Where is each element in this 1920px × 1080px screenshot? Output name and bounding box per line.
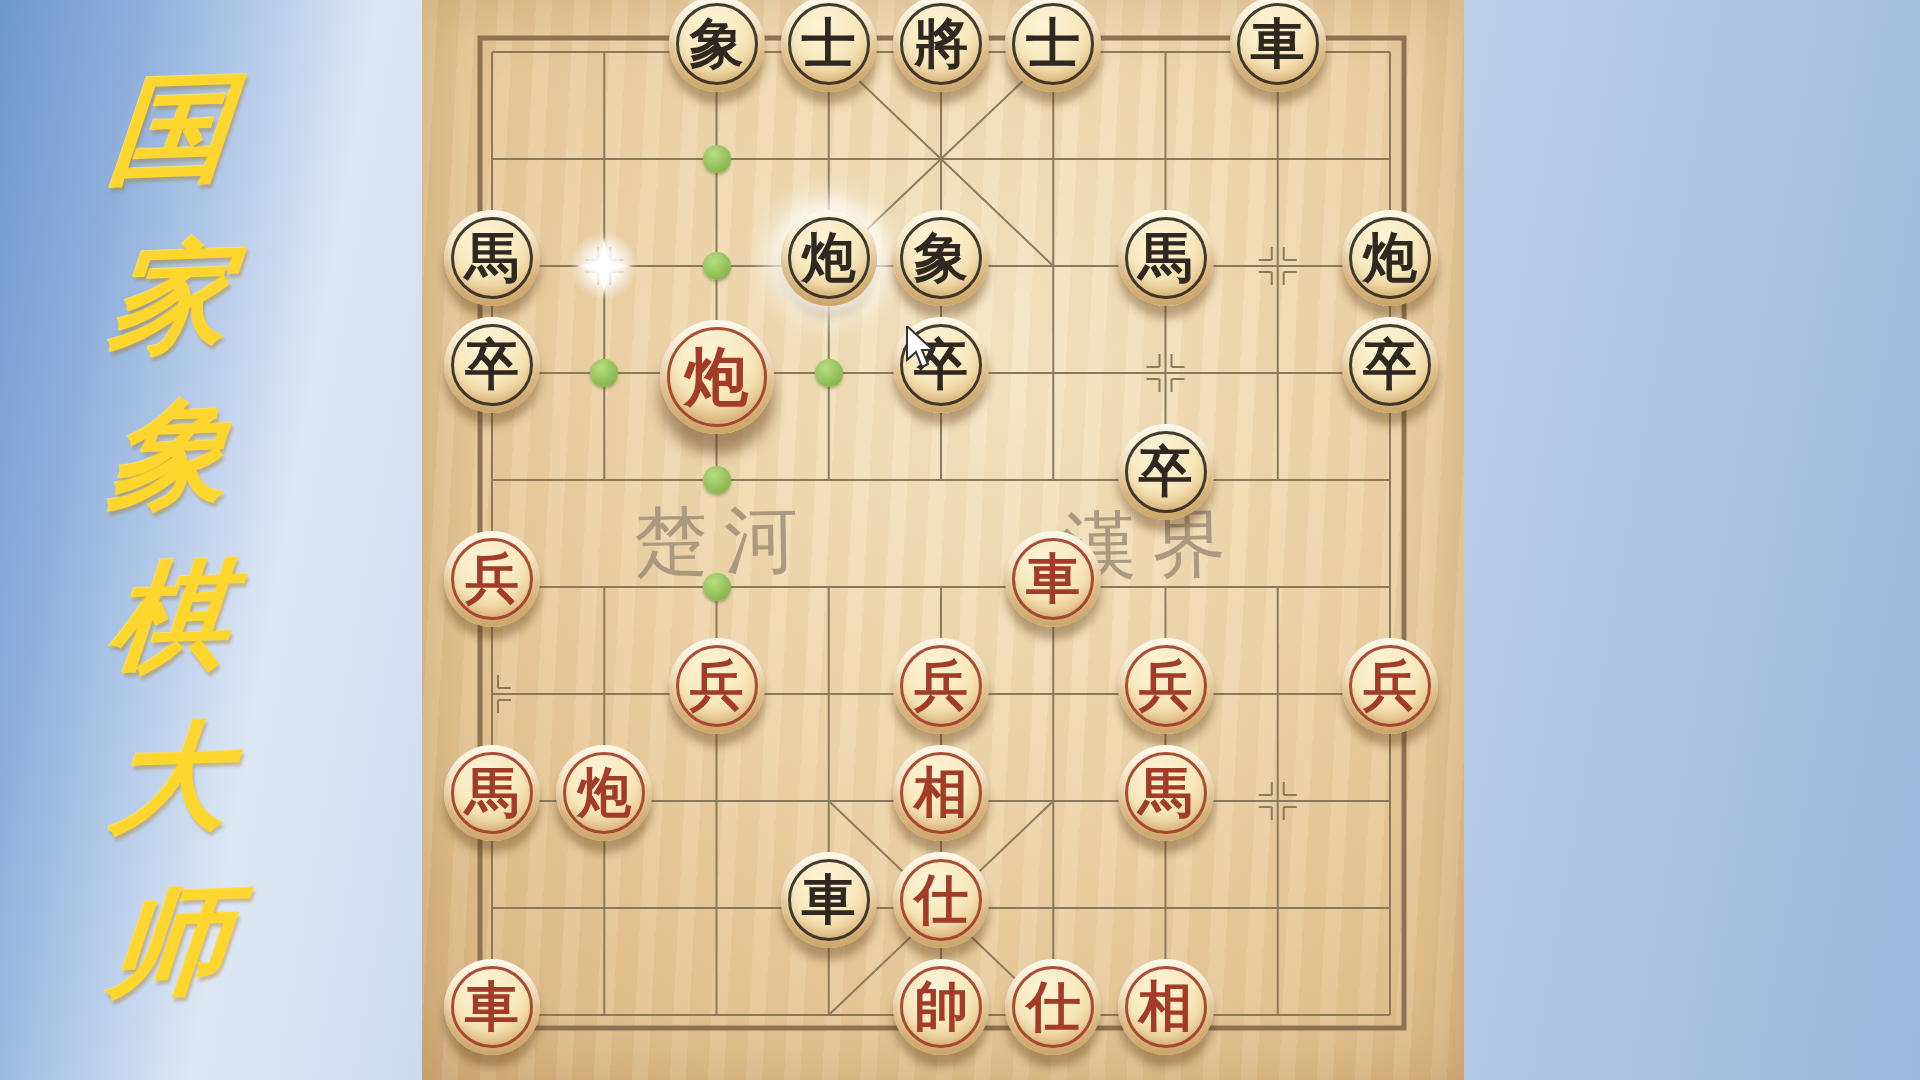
- red-chariot[interactable]: 車: [1005, 531, 1101, 627]
- title-char: 大: [93, 698, 248, 863]
- red-soldier[interactable]: 兵: [444, 531, 540, 627]
- piece-glyph: 帥: [914, 971, 968, 1044]
- piece-glyph: 仕: [1026, 971, 1080, 1044]
- move-hint-dot[interactable]: [703, 252, 731, 280]
- red-advisor[interactable]: 仕: [1005, 959, 1101, 1055]
- red-advisor[interactable]: 仕: [893, 852, 989, 948]
- black-soldier[interactable]: 卒: [1342, 317, 1438, 413]
- red-general[interactable]: 帥: [893, 959, 989, 1055]
- piece-glyph: 卒: [465, 329, 519, 402]
- move-hint-dot[interactable]: [703, 573, 731, 601]
- piece-glyph: 馬: [465, 757, 519, 830]
- black-chariot[interactable]: 車: [781, 852, 877, 948]
- title-char: 棋: [93, 536, 248, 701]
- title-char: 师: [93, 861, 248, 1026]
- piece-glyph: 仕: [914, 864, 968, 937]
- move-hint-dot[interactable]: [815, 359, 843, 387]
- piece-glyph: 馬: [465, 222, 519, 295]
- red-chariot[interactable]: 車: [444, 959, 540, 1055]
- red-cannon[interactable]: 炮: [556, 745, 652, 841]
- red-soldier[interactable]: 兵: [1118, 638, 1214, 734]
- red-horse[interactable]: 馬: [444, 745, 540, 841]
- title-char: 象: [93, 374, 248, 539]
- piece-glyph: 馬: [1139, 222, 1193, 295]
- piece-glyph: 兵: [690, 650, 744, 723]
- piece-glyph: 相: [1139, 971, 1193, 1044]
- piece-glyph: 炮: [802, 222, 856, 295]
- piece-glyph: 車: [1026, 543, 1080, 616]
- move-hint-dot[interactable]: [703, 466, 731, 494]
- piece-glyph: 士: [802, 8, 856, 81]
- piece-glyph: 兵: [1363, 650, 1417, 723]
- black-soldier[interactable]: 卒: [444, 317, 540, 413]
- piece-glyph: 炮: [685, 334, 749, 421]
- piece-glyph: 象: [690, 8, 744, 81]
- screen: { "game": "xiangqi", "app_title": "国家象棋大…: [0, 0, 1920, 1080]
- piece-glyph: 兵: [465, 543, 519, 616]
- black-cannon[interactable]: 炮: [1342, 210, 1438, 306]
- piece-glyph: 車: [1251, 8, 1305, 81]
- piece-glyph: 士: [1026, 8, 1080, 81]
- piece-glyph: 卒: [1139, 436, 1193, 509]
- black-advisor[interactable]: 士: [781, 0, 877, 92]
- black-soldier[interactable]: 卒: [1118, 424, 1214, 520]
- red-horse[interactable]: 馬: [1118, 745, 1214, 841]
- red-elephant[interactable]: 相: [893, 745, 989, 841]
- piece-glyph: 相: [914, 757, 968, 830]
- piece-glyph: 兵: [914, 650, 968, 723]
- app-title-banner: 国 家 象 棋 大 师: [100, 0, 240, 1080]
- black-horse[interactable]: 馬: [444, 210, 540, 306]
- black-chariot[interactable]: 車: [1230, 0, 1326, 92]
- piece-glyph: 卒: [1363, 329, 1417, 402]
- black-elephant[interactable]: 象: [893, 210, 989, 306]
- piece-glyph: 兵: [1139, 650, 1193, 723]
- black-general[interactable]: 將: [893, 0, 989, 92]
- piece-glyph: 炮: [577, 757, 631, 830]
- title-char: 家: [93, 217, 248, 382]
- xiangqi-board[interactable]: 楚河 漢界 象士將士車馬炮象馬炮卒卒卒卒車炮兵車兵兵兵兵馬炮相馬仕車帥仕相: [422, 0, 1464, 1080]
- red-soldier[interactable]: 兵: [669, 638, 765, 734]
- red-soldier[interactable]: 兵: [893, 638, 989, 734]
- piece-glyph: 將: [914, 8, 968, 81]
- black-cannon[interactable]: 炮: [781, 210, 877, 306]
- piece-glyph: 炮: [1363, 222, 1417, 295]
- mouse-cursor: [905, 326, 939, 372]
- red-cannon-selected[interactable]: 炮: [660, 320, 774, 434]
- move-hint-dot[interactable]: [703, 145, 731, 173]
- piece-glyph: 車: [802, 864, 856, 937]
- piece-glyph: 象: [914, 222, 968, 295]
- last-move-origin-sparkle: [568, 230, 640, 302]
- piece-glyph: 車: [465, 971, 519, 1044]
- piece-glyph: 馬: [1139, 757, 1193, 830]
- red-soldier[interactable]: 兵: [1342, 638, 1438, 734]
- red-elephant[interactable]: 相: [1118, 959, 1214, 1055]
- title-char: 国: [93, 49, 248, 214]
- black-elephant[interactable]: 象: [669, 0, 765, 92]
- black-horse[interactable]: 馬: [1118, 210, 1214, 306]
